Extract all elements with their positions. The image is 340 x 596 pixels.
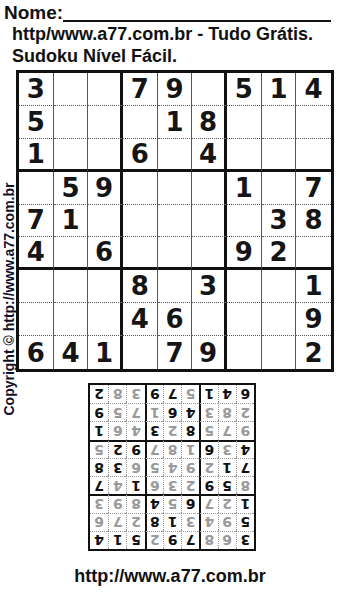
answer-cell-r3c7: 8 bbox=[126, 494, 144, 512]
main-cell-r3c8[interactable] bbox=[262, 139, 297, 172]
answer-cell-r6c2: 3 bbox=[218, 440, 236, 458]
main-cell-r8c9[interactable]: 9 bbox=[296, 303, 331, 336]
main-cell-r5c8[interactable]: 3 bbox=[262, 205, 297, 238]
answer-cell-r1c6: 2 bbox=[145, 531, 163, 549]
site-header: http/www.a77.com.br - Tudo Grátis. bbox=[12, 24, 313, 45]
main-cell-r6c6[interactable] bbox=[192, 237, 227, 270]
answer-cell-r7c9: 1 bbox=[90, 421, 108, 439]
main-cell-r9c2[interactable]: 4 bbox=[54, 336, 89, 369]
main-cell-r6c4[interactable] bbox=[123, 237, 158, 270]
answer-cell-r6c6: 7 bbox=[145, 440, 163, 458]
main-cell-r5c4[interactable] bbox=[123, 205, 158, 238]
main-cell-r5c9[interactable]: 8 bbox=[296, 205, 331, 238]
answer-cell-r5c4: 9 bbox=[181, 458, 199, 476]
answer-cell-r8c8: 5 bbox=[108, 403, 126, 421]
main-cell-r4c5[interactable] bbox=[158, 172, 193, 205]
main-cell-r6c5[interactable] bbox=[158, 237, 193, 270]
main-cell-r3c9[interactable] bbox=[296, 139, 331, 172]
answer-cell-r7c7: 4 bbox=[126, 421, 144, 439]
answer-cell-r4c1: 8 bbox=[236, 476, 254, 494]
main-cell-r3c6[interactable]: 4 bbox=[192, 139, 227, 172]
answer-cell-r7c1: 9 bbox=[236, 421, 254, 439]
answer-cell-r1c2: 6 bbox=[218, 531, 236, 549]
main-cell-r2c5[interactable]: 1 bbox=[158, 106, 193, 139]
answer-cell-r3c2: 2 bbox=[218, 494, 236, 512]
main-cell-r2c7[interactable] bbox=[227, 106, 262, 139]
answer-cell-r1c1: 3 bbox=[236, 531, 254, 549]
main-cell-r8c8[interactable] bbox=[262, 303, 297, 336]
answer-cell-r9c9: 2 bbox=[90, 385, 108, 403]
answer-cell-r9c1: 6 bbox=[236, 385, 254, 403]
answer-cell-r1c9: 4 bbox=[90, 531, 108, 549]
answer-cell-r9c5: 7 bbox=[163, 385, 181, 403]
main-cell-r7c7[interactable] bbox=[227, 270, 262, 303]
answer-cell-r2c9: 6 bbox=[90, 513, 108, 531]
main-cell-r7c4[interactable]: 8 bbox=[123, 270, 158, 303]
answer-cell-r7c2: 7 bbox=[218, 421, 236, 439]
main-cell-r7c9[interactable]: 1 bbox=[296, 270, 331, 303]
main-cell-r9c8[interactable] bbox=[262, 336, 297, 369]
answer-cell-r2c2: 9 bbox=[218, 513, 236, 531]
answer-cell-r5c5: 4 bbox=[163, 458, 181, 476]
answer-cell-r5c8: 3 bbox=[108, 458, 126, 476]
answer-cell-r8c9: 9 bbox=[90, 403, 108, 421]
answer-cell-r2c5: 1 bbox=[163, 513, 181, 531]
main-cell-r9c4[interactable] bbox=[123, 336, 158, 369]
answer-cell-r9c4: 5 bbox=[181, 385, 199, 403]
answer-cell-r4c7: 1 bbox=[126, 476, 144, 494]
main-cell-r2c6[interactable]: 8 bbox=[192, 106, 227, 139]
main-cell-r6c9[interactable] bbox=[296, 237, 331, 270]
name-row: Nome: bbox=[4, 2, 331, 24]
main-cell-r1c3[interactable] bbox=[88, 73, 123, 106]
name-input-line[interactable] bbox=[63, 2, 331, 22]
answer-cell-r8c5: 6 bbox=[163, 403, 181, 421]
main-cell-r3c4[interactable]: 6 bbox=[123, 139, 158, 172]
main-cell-r5c6[interactable] bbox=[192, 205, 227, 238]
answer-cell-r6c9: 5 bbox=[90, 440, 108, 458]
main-cell-r1c9[interactable]: 4 bbox=[296, 73, 331, 106]
name-label: Nome: bbox=[4, 2, 63, 24]
main-cell-r3c1[interactable]: 1 bbox=[19, 139, 54, 172]
answer-cell-r4c8: 4 bbox=[108, 476, 126, 494]
main-cell-r2c1[interactable]: 5 bbox=[19, 106, 54, 139]
answer-cell-r7c4: 8 bbox=[181, 421, 199, 439]
answer-cell-r9c8: 8 bbox=[108, 385, 126, 403]
answer-cell-r5c3: 2 bbox=[199, 458, 217, 476]
answer-cell-r5c6: 5 bbox=[145, 458, 163, 476]
answer-cell-r4c2: 5 bbox=[218, 476, 236, 494]
main-cell-r2c9[interactable] bbox=[296, 106, 331, 139]
answer-cell-r7c8: 6 bbox=[108, 421, 126, 439]
answer-cell-r2c7: 2 bbox=[126, 513, 144, 531]
main-cell-r1c7[interactable]: 5 bbox=[227, 73, 262, 106]
main-cell-r4c1[interactable] bbox=[19, 172, 54, 205]
answer-cell-r2c3: 4 bbox=[199, 513, 217, 531]
main-cell-r4c9[interactable]: 7 bbox=[296, 172, 331, 205]
main-cell-r4c7[interactable]: 1 bbox=[227, 172, 262, 205]
main-cell-r7c1[interactable] bbox=[19, 270, 54, 303]
main-grid: 379514518164591771384692831469641792 bbox=[16, 70, 334, 372]
main-cell-r6c8[interactable]: 2 bbox=[262, 237, 297, 270]
main-cell-r2c2[interactable] bbox=[54, 106, 89, 139]
answer-cell-r1c3: 8 bbox=[199, 531, 217, 549]
answer-cell-r5c7: 6 bbox=[126, 458, 144, 476]
answer-cell-r6c3: 6 bbox=[199, 440, 217, 458]
footer-url: http://www.a77.com.br bbox=[0, 566, 340, 587]
answer-cell-r6c1: 4 bbox=[236, 440, 254, 458]
page-title: Sudoku Nível Fácil. bbox=[12, 46, 177, 67]
answer-cell-r6c4: 1 bbox=[181, 440, 199, 458]
answer-cell-r1c7: 5 bbox=[126, 531, 144, 549]
answer-cell-r5c1: 7 bbox=[236, 458, 254, 476]
answer-cell-r1c8: 1 bbox=[108, 531, 126, 549]
answer-cell-r4c6: 6 bbox=[145, 476, 163, 494]
main-cell-r5c1[interactable]: 7 bbox=[19, 205, 54, 238]
answer-cell-r8c1: 2 bbox=[236, 403, 254, 421]
answer-cell-r6c5: 8 bbox=[163, 440, 181, 458]
answer-cell-r7c3: 5 bbox=[199, 421, 217, 439]
answer-cell-r3c8: 9 bbox=[108, 494, 126, 512]
answer-cell-r8c4: 4 bbox=[181, 403, 199, 421]
main-cell-r7c2[interactable] bbox=[54, 270, 89, 303]
main-cell-r9c7[interactable] bbox=[227, 336, 262, 369]
main-cell-r5c2[interactable]: 1 bbox=[54, 205, 89, 238]
main-cell-r2c8[interactable] bbox=[262, 106, 297, 139]
main-cell-r5c7[interactable] bbox=[227, 205, 262, 238]
main-cell-r4c6[interactable] bbox=[192, 172, 227, 205]
answer-cell-r8c2: 8 bbox=[218, 403, 236, 421]
answer-cell-r5c2: 1 bbox=[218, 458, 236, 476]
main-cell-r8c7[interactable] bbox=[227, 303, 262, 336]
main-cell-r5c5[interactable] bbox=[158, 205, 193, 238]
answer-cell-r2c4: 3 bbox=[181, 513, 199, 531]
main-cell-r3c7[interactable] bbox=[227, 139, 262, 172]
answer-cell-r7c6: 3 bbox=[145, 421, 163, 439]
answer-cell-r4c9: 7 bbox=[90, 476, 108, 494]
main-cell-r9c9[interactable]: 2 bbox=[296, 336, 331, 369]
answer-cell-r3c9: 3 bbox=[90, 494, 108, 512]
main-cell-r6c7[interactable]: 9 bbox=[227, 237, 262, 270]
main-cell-r8c4[interactable]: 4 bbox=[123, 303, 158, 336]
answer-cell-r3c4: 6 bbox=[181, 494, 199, 512]
main-cell-r8c5[interactable]: 6 bbox=[158, 303, 193, 336]
answer-cell-r4c3: 9 bbox=[199, 476, 217, 494]
main-cell-r2c3[interactable] bbox=[88, 106, 123, 139]
main-cell-r6c1[interactable]: 4 bbox=[19, 237, 54, 270]
main-cell-r6c3[interactable]: 6 bbox=[88, 237, 123, 270]
answer-grid: 3687925145943182761276548938592361477129… bbox=[88, 383, 256, 551]
main-cell-r8c1[interactable] bbox=[19, 303, 54, 336]
answer-cell-r9c2: 4 bbox=[218, 385, 236, 403]
main-cell-r9c5[interactable]: 7 bbox=[158, 336, 193, 369]
main-cell-r8c3[interactable] bbox=[88, 303, 123, 336]
main-cell-r9c1[interactable]: 6 bbox=[19, 336, 54, 369]
answer-cell-r4c4: 2 bbox=[181, 476, 199, 494]
main-cell-r3c2[interactable] bbox=[54, 139, 89, 172]
main-cell-r3c3[interactable] bbox=[88, 139, 123, 172]
main-cell-r8c2[interactable] bbox=[54, 303, 89, 336]
answer-cell-r5c9: 8 bbox=[90, 458, 108, 476]
answer-cell-r6c7: 9 bbox=[126, 440, 144, 458]
copyright-vertical-text: Copyright © http://www.a77.com.br bbox=[1, 182, 17, 415]
main-cell-r7c6[interactable]: 3 bbox=[192, 270, 227, 303]
answer-cell-r1c4: 7 bbox=[181, 531, 199, 549]
answer-cell-r9c3: 1 bbox=[199, 385, 217, 403]
main-cell-r2c4[interactable] bbox=[123, 106, 158, 139]
main-cell-r1c5[interactable]: 9 bbox=[158, 73, 193, 106]
answer-cell-r3c1: 1 bbox=[236, 494, 254, 512]
main-cell-r7c8[interactable] bbox=[262, 270, 297, 303]
main-cell-r7c3[interactable] bbox=[88, 270, 123, 303]
main-cell-r1c8[interactable]: 1 bbox=[262, 73, 297, 106]
main-cell-r1c2[interactable] bbox=[54, 73, 89, 106]
answer-cell-r1c5: 9 bbox=[163, 531, 181, 549]
main-cell-r1c4[interactable]: 7 bbox=[123, 73, 158, 106]
answer-cell-r2c1: 5 bbox=[236, 513, 254, 531]
main-cell-r4c8[interactable] bbox=[262, 172, 297, 205]
main-cell-r7c5[interactable] bbox=[158, 270, 193, 303]
answer-cell-r3c3: 7 bbox=[199, 494, 217, 512]
main-cell-r9c3[interactable]: 1 bbox=[88, 336, 123, 369]
main-cell-r3c5[interactable] bbox=[158, 139, 193, 172]
answer-cell-r2c8: 7 bbox=[108, 513, 126, 531]
answer-cell-r9c7: 3 bbox=[126, 385, 144, 403]
main-cell-r1c6[interactable] bbox=[192, 73, 227, 106]
answer-cell-r3c6: 4 bbox=[145, 494, 163, 512]
answer-cell-r3c5: 5 bbox=[163, 494, 181, 512]
answer-cell-r7c5: 2 bbox=[163, 421, 181, 439]
answer-cell-r9c6: 9 bbox=[145, 385, 163, 403]
main-cell-r4c3[interactable]: 9 bbox=[88, 172, 123, 205]
main-cell-r4c2[interactable]: 5 bbox=[54, 172, 89, 205]
answer-cell-r6c8: 2 bbox=[108, 440, 126, 458]
answer-cell-r2c6: 8 bbox=[145, 513, 163, 531]
answer-cell-r8c3: 3 bbox=[199, 403, 217, 421]
answer-cell-r8c7: 7 bbox=[126, 403, 144, 421]
answer-cell-r4c5: 3 bbox=[163, 476, 181, 494]
main-cell-r9c6[interactable]: 9 bbox=[192, 336, 227, 369]
answer-cell-r8c6: 1 bbox=[145, 403, 163, 421]
main-cell-r5c3[interactable] bbox=[88, 205, 123, 238]
main-cell-r4c4[interactable] bbox=[123, 172, 158, 205]
main-cell-r6c2[interactable] bbox=[54, 237, 89, 270]
main-cell-r1c1[interactable]: 3 bbox=[19, 73, 54, 106]
main-cell-r8c6[interactable] bbox=[192, 303, 227, 336]
